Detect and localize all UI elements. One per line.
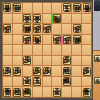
shogi-board: 香桂玉桂香金金飛歩銀歩歩歩歩角歩歩銀歩歩歩歩歩歩桂歩金玉銀香桂銀金香: [0, 0, 93, 100]
piece-pawn-gote[interactable]: 歩: [33, 24, 41, 33]
piece-pawn-gote[interactable]: 歩: [63, 35, 71, 44]
piece-pawn-sente[interactable]: 歩: [43, 67, 51, 76]
board-cell[interactable]: [33, 3, 42, 13]
board-cell[interactable]: [52, 77, 61, 87]
board-cell[interactable]: [13, 45, 22, 55]
board-cell[interactable]: [82, 45, 91, 55]
board-cell[interactable]: 歩: [23, 35, 32, 45]
board-cell[interactable]: [52, 24, 61, 34]
board-cell[interactable]: 歩: [3, 24, 12, 34]
board-cell[interactable]: [82, 24, 91, 34]
piece-pawn-sente[interactable]: 歩: [23, 56, 31, 65]
piece-pawn-sente[interactable]: 歩: [33, 67, 41, 76]
piece-knight-sente[interactable]: 桂: [63, 67, 71, 76]
board-cell[interactable]: [43, 45, 52, 55]
board-cell[interactable]: [72, 45, 81, 55]
piece-gold-gote[interactable]: 金: [33, 14, 41, 23]
hand-piece-pawn[interactable]: 歩: [94, 55, 100, 62]
board-cell[interactable]: 香: [3, 3, 12, 13]
piece-pawn-gote[interactable]: 歩: [73, 24, 81, 33]
piece-gold-gote[interactable]: 金: [23, 14, 31, 23]
piece-knight-gote[interactable]: 桂: [73, 3, 81, 12]
board-cell[interactable]: 玉: [33, 77, 42, 87]
board-cell[interactable]: [82, 77, 91, 87]
board-grid: 香桂玉桂香金金飛歩銀歩歩歩歩角歩歩銀歩歩歩歩歩歩桂歩金玉銀香桂銀金香: [2, 2, 92, 98]
piece-gold-sente[interactable]: 金: [23, 77, 31, 86]
board-cell[interactable]: [43, 56, 52, 66]
board-cell[interactable]: 桂: [72, 3, 81, 13]
board-cell[interactable]: [82, 56, 91, 66]
board-cell[interactable]: 歩: [33, 66, 42, 76]
board-cell[interactable]: [82, 14, 91, 24]
board-cell[interactable]: 金: [23, 14, 32, 24]
board-cell[interactable]: 飛: [52, 14, 61, 24]
piece-gold-sente[interactable]: 金: [53, 88, 61, 97]
board-cell[interactable]: 桂: [62, 66, 71, 76]
board-cell[interactable]: [23, 66, 32, 76]
piece-rook-gote[interactable]: 飛: [53, 14, 61, 23]
board-cell[interactable]: 歩: [33, 24, 42, 34]
board-cell[interactable]: [62, 45, 71, 55]
board-cell[interactable]: [72, 14, 81, 24]
piece-pawn-gote[interactable]: 歩: [3, 24, 11, 33]
board-cell[interactable]: [13, 77, 22, 87]
board-cell[interactable]: [43, 35, 52, 45]
board-cell[interactable]: 歩: [72, 24, 81, 34]
board-cell[interactable]: 銀: [62, 77, 71, 87]
piece-pawn-sente[interactable]: 歩: [63, 56, 71, 65]
piece-silver-sente[interactable]: 銀: [23, 88, 31, 97]
board-cell[interactable]: [82, 35, 91, 45]
board-cell[interactable]: [43, 14, 52, 24]
piece-silver-gote[interactable]: 銀: [23, 24, 31, 33]
board-cell[interactable]: 歩: [52, 35, 61, 45]
shogi-app-screen: 香桂玉桂香金金飛歩銀歩歩歩歩角歩歩銀歩歩歩歩歩歩桂歩金玉銀香桂銀金香 歩歩: [0, 0, 100, 100]
board-cell[interactable]: [23, 45, 32, 55]
board-cell[interactable]: 金: [23, 77, 32, 87]
piece-lance-gote[interactable]: 香: [3, 3, 11, 12]
sente-komadai: 歩歩: [93, 50, 100, 100]
board-cell[interactable]: [52, 3, 61, 13]
board-cell[interactable]: [62, 87, 71, 97]
board-cell[interactable]: [52, 45, 61, 55]
piece-lance-sente[interactable]: 香: [3, 88, 11, 97]
piece-silver-gote[interactable]: 銀: [73, 35, 81, 44]
board-cell[interactable]: [62, 14, 71, 24]
board-cell[interactable]: [72, 66, 81, 76]
piece-lance-gote[interactable]: 香: [83, 3, 91, 12]
board-cell[interactable]: [72, 77, 81, 87]
board-cell[interactable]: [33, 87, 42, 97]
board-cell[interactable]: [72, 87, 81, 97]
piece-pawn-gote[interactable]: 歩: [23, 35, 31, 44]
board-cell[interactable]: 桂: [13, 3, 22, 13]
board-cell[interactable]: 歩: [62, 56, 71, 66]
board-cell[interactable]: 歩: [82, 66, 91, 76]
board-cell[interactable]: 銀: [72, 35, 81, 45]
board-cell[interactable]: 歩: [23, 56, 32, 66]
board-cell[interactable]: 桂: [13, 87, 22, 97]
piece-lance-sente[interactable]: 香: [83, 88, 91, 97]
board-cell[interactable]: [72, 56, 81, 66]
board-cell[interactable]: [33, 45, 42, 55]
board-cell[interactable]: 角: [33, 35, 42, 45]
piece-knight-sente[interactable]: 桂: [13, 88, 21, 97]
board-cell[interactable]: 歩: [13, 66, 22, 76]
board-cell[interactable]: [23, 3, 32, 13]
board-cell[interactable]: 金: [33, 14, 42, 24]
piece-knight-gote[interactable]: 桂: [13, 3, 21, 12]
board-cell[interactable]: 歩: [3, 66, 12, 76]
hand-piece-pawn[interactable]: 歩: [94, 77, 100, 84]
board-cell[interactable]: 歩: [43, 24, 52, 34]
piece-king-sente[interactable]: 玉: [33, 77, 41, 86]
board-cell[interactable]: [3, 77, 12, 87]
board-cell[interactable]: [52, 66, 61, 76]
board-cell[interactable]: 香: [82, 3, 91, 13]
board-cell[interactable]: 歩: [43, 66, 52, 76]
panel-header-icon[interactable]: [94, 0, 100, 11]
board-cell[interactable]: [13, 56, 22, 66]
board-cell[interactable]: 金: [52, 87, 61, 97]
board-cell[interactable]: [33, 56, 42, 66]
piece-silver-sente[interactable]: 銀: [63, 77, 71, 86]
board-cell[interactable]: [13, 14, 22, 24]
side-panel: 歩歩: [93, 0, 100, 100]
board-cell[interactable]: 銀: [23, 24, 32, 34]
board-cell[interactable]: [13, 35, 22, 45]
piece-bishop-gote[interactable]: 角: [33, 35, 41, 44]
board-cell[interactable]: [43, 3, 52, 13]
piece-pawn-sente[interactable]: 歩: [83, 67, 91, 76]
board-cell[interactable]: 歩: [62, 35, 71, 45]
board-cell[interactable]: [43, 87, 52, 97]
board-cell[interactable]: [43, 77, 52, 87]
board-cell[interactable]: [52, 56, 61, 66]
piece-pawn-sente[interactable]: 歩: [3, 67, 11, 76]
board-cell[interactable]: [3, 56, 12, 66]
piece-king-gote[interactable]: 玉: [63, 3, 71, 12]
board-cell[interactable]: [3, 45, 12, 55]
board-cell[interactable]: 玉: [62, 3, 71, 13]
board-cell[interactable]: [3, 14, 12, 24]
board-cell[interactable]: [3, 35, 12, 45]
piece-pawn-gote[interactable]: 歩: [43, 24, 51, 33]
board-cell[interactable]: 香: [82, 87, 91, 97]
board-cell[interactable]: 銀: [23, 87, 32, 97]
board-cell[interactable]: [13, 24, 22, 34]
piece-pawn-sente[interactable]: 歩: [13, 67, 21, 76]
piece-pawn-gote[interactable]: 歩: [53, 35, 61, 44]
board-cell[interactable]: 香: [3, 87, 12, 97]
board-cell[interactable]: [62, 24, 71, 34]
